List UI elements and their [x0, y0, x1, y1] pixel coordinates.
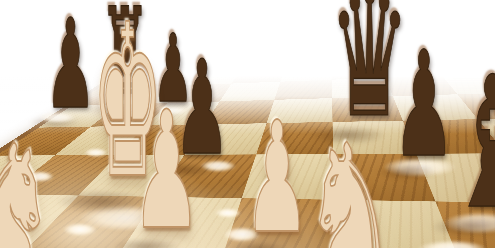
white-pawn-glyph: ♟	[127, 90, 205, 248]
white-knight-glyph: ♞	[298, 122, 403, 248]
black-bishop-glyph: ♝	[441, 52, 495, 233]
white-knight-glyph: ♞	[0, 123, 61, 248]
chess-3d-scene: ♜♟♟♛♟♟♚♝♟♟♞♞	[0, 0, 495, 248]
white-knight-f2[interactable]: ♞	[280, 150, 420, 248]
black-bishop[interactable]: ♝	[420, 88, 495, 233]
white-pawn-c2[interactable]: ♟	[104, 127, 229, 248]
white-knight-a2[interactable]: ♞	[0, 150, 78, 248]
